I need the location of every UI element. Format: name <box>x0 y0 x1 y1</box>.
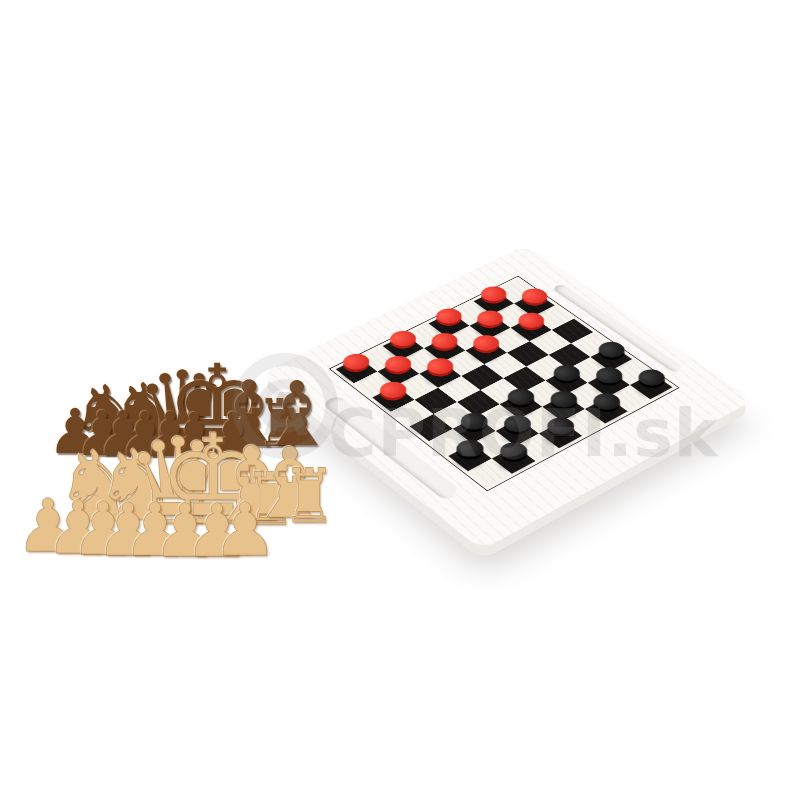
chess-pawn-light: ♟ <box>212 493 277 566</box>
chess-rook-light: ♜ <box>283 459 335 534</box>
checkers-grid <box>329 276 680 492</box>
square-r7c7 <box>630 373 672 399</box>
